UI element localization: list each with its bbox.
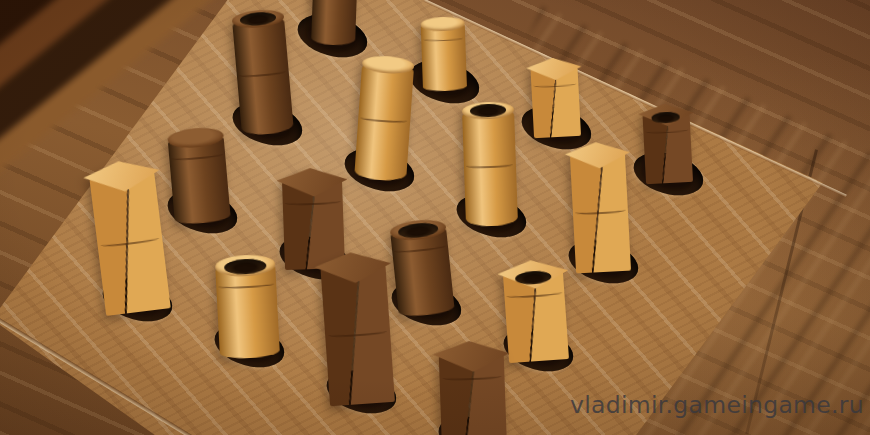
board-hole-r2c4[interactable] — [559, 232, 649, 292]
board-hole-r3c1[interactable] — [158, 182, 248, 242]
watermark-text: vladimir.gameingame.ru — [570, 391, 864, 419]
board-hole-r2c1[interactable] — [223, 94, 313, 154]
board-hole-r3c4[interactable] — [494, 320, 584, 380]
board-hole-r4c3[interactable] — [317, 362, 407, 422]
photo-scene: vladimir.gameingame.ru — [0, 0, 870, 435]
board-hole-r1c1[interactable] — [288, 6, 378, 66]
board-hole-r4c2[interactable] — [205, 316, 295, 376]
board-hole-r3c2[interactable] — [270, 228, 360, 288]
board-hole-r2c2[interactable] — [335, 140, 425, 200]
board-hole-r1c2[interactable] — [400, 52, 490, 112]
board-hole-r3c3[interactable] — [382, 274, 472, 334]
board-hole-r4c4[interactable] — [429, 408, 519, 435]
board-hole-r4c1[interactable] — [93, 270, 183, 330]
board-hole-r1c3[interactable] — [512, 98, 602, 158]
board-hole-r1c4[interactable] — [624, 144, 714, 204]
board-hole-r2c3[interactable] — [447, 186, 537, 246]
